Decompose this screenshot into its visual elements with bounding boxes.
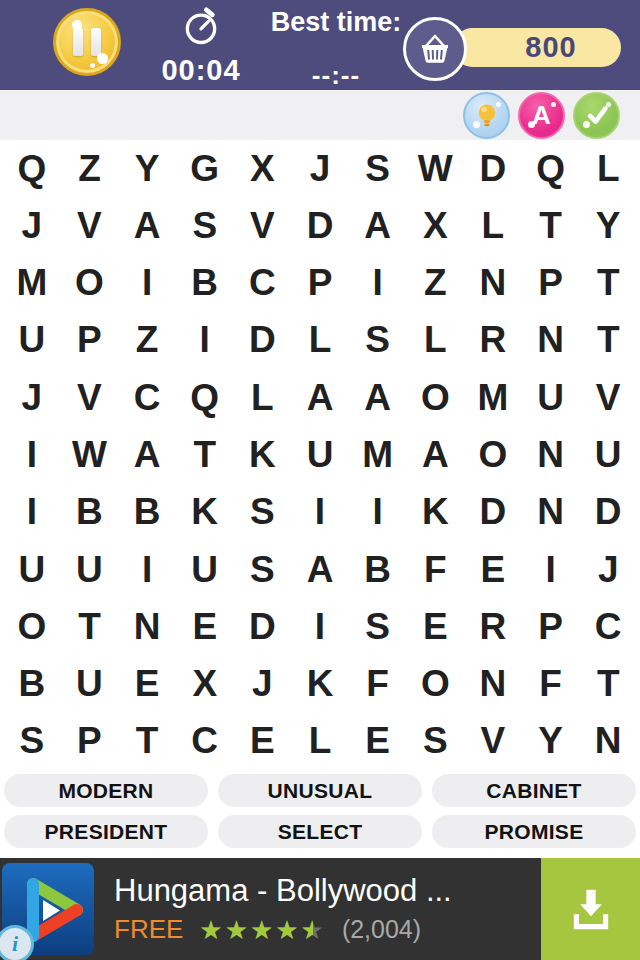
- grid-cell-r10c1[interactable]: B: [3, 655, 61, 712]
- grid-cell-r7c1[interactable]: I: [3, 484, 61, 541]
- grid-cell-r6c3[interactable]: A: [118, 426, 176, 483]
- grid-cell-r10c7[interactable]: F: [349, 655, 407, 712]
- stars-filled: ★★★★★: [199, 917, 313, 943]
- grid-cell-r4c9[interactable]: R: [464, 312, 522, 369]
- grid-cell-r3c3[interactable]: I: [118, 255, 176, 312]
- grid-cell-r11c2[interactable]: P: [61, 713, 119, 770]
- sparkle-dot: [606, 102, 611, 107]
- best-time-label: Best time:: [262, 7, 410, 38]
- shopping-basket-icon: [417, 32, 453, 66]
- grid-cell-r7c10[interactable]: N: [522, 484, 580, 541]
- grid-cell-r9c3[interactable]: N: [118, 598, 176, 655]
- grid-cell-r1c3[interactable]: Y: [118, 140, 176, 197]
- grid-cell-r3c11[interactable]: T: [579, 255, 637, 312]
- grid-cell-r4c3[interactable]: Z: [118, 312, 176, 369]
- grid-cell-r2c11[interactable]: Y: [579, 197, 637, 254]
- ad-title: Hungama - Bollywood ...: [114, 873, 541, 909]
- hint-bulb-button[interactable]: [463, 92, 510, 139]
- grid-cell-r1c7[interactable]: S: [349, 140, 407, 197]
- grid-cell-r1c5[interactable]: X: [234, 140, 292, 197]
- top-bar: 00:04 Best time: --:-- 800: [0, 0, 640, 90]
- grid-cell-r10c5[interactable]: J: [234, 655, 292, 712]
- hint-letter-button[interactable]: A: [518, 92, 565, 139]
- ad-app-icon: i: [2, 863, 94, 955]
- grid-cell-r4c6[interactable]: L: [291, 312, 349, 369]
- grid-cell-r4c8[interactable]: L: [406, 312, 464, 369]
- grid-cell-r1c9[interactable]: D: [464, 140, 522, 197]
- grid-cell-r11c8[interactable]: S: [406, 713, 464, 770]
- sparkle-dot: [97, 53, 108, 64]
- grid-cell-r7c4[interactable]: K: [176, 484, 234, 541]
- grid-cell-r2c6[interactable]: D: [291, 197, 349, 254]
- grid-cell-r4c10[interactable]: N: [522, 312, 580, 369]
- grid-cell-r2c3[interactable]: A: [118, 197, 176, 254]
- grid-cell-r6c2[interactable]: W: [61, 426, 119, 483]
- ad-price: FREE: [114, 914, 183, 945]
- grid-cell-r9c2[interactable]: T: [61, 598, 119, 655]
- stopwatch-icon: [181, 5, 221, 47]
- grid-cell-r3c6[interactable]: P: [291, 255, 349, 312]
- grid-cell-r9c9[interactable]: R: [464, 598, 522, 655]
- grid-cell-r10c9[interactable]: N: [464, 655, 522, 712]
- grid-cell-r3c1[interactable]: M: [3, 255, 61, 312]
- grid-cell-r1c1[interactable]: Q: [3, 140, 61, 197]
- word-pill-cabinet[interactable]: CABINET: [432, 774, 636, 807]
- grid-cell-r10c10[interactable]: F: [522, 655, 580, 712]
- grid-cell-r5c11[interactable]: V: [579, 369, 637, 426]
- grid-cell-r5c1[interactable]: J: [3, 369, 61, 426]
- sparkle-dot: [551, 102, 556, 107]
- grid-cell-r1c2[interactable]: Z: [61, 140, 119, 197]
- hint-check-button[interactable]: [573, 92, 620, 139]
- grid-cell-r4c11[interactable]: T: [579, 312, 637, 369]
- grid-cell-r8c4[interactable]: U: [176, 541, 234, 598]
- word-pill-president[interactable]: PRESIDENT: [4, 815, 208, 848]
- grid-cell-r10c11[interactable]: T: [579, 655, 637, 712]
- grid-cell-r9c8[interactable]: E: [406, 598, 464, 655]
- grid-cell-r8c5[interactable]: S: [234, 541, 292, 598]
- grid-cell-r4c7[interactable]: S: [349, 312, 407, 369]
- grid-cell-r11c9[interactable]: V: [464, 713, 522, 770]
- ad-review-count: (2,004): [342, 915, 421, 944]
- grid-cell-r5c5[interactable]: L: [234, 369, 292, 426]
- grid-cell-r8c10[interactable]: I: [522, 541, 580, 598]
- grid-cell-r9c10[interactable]: P: [522, 598, 580, 655]
- grid-cell-r3c9[interactable]: N: [464, 255, 522, 312]
- grid-cell-r10c6[interactable]: K: [291, 655, 349, 712]
- grid-cell-r7c3[interactable]: B: [118, 484, 176, 541]
- grid-cell-r11c5[interactable]: E: [234, 713, 292, 770]
- grid-cell-r1c6[interactable]: J: [291, 140, 349, 197]
- coins-shop-button[interactable]: 800: [403, 17, 622, 81]
- letter-a-icon: A: [532, 100, 551, 131]
- grid-cell-r8c3[interactable]: I: [118, 541, 176, 598]
- grid-cell-r6c5[interactable]: K: [234, 426, 292, 483]
- grid-cell-r9c6[interactable]: I: [291, 598, 349, 655]
- sparkle-dot: [496, 102, 501, 107]
- grid-cell-r7c11[interactable]: D: [579, 484, 637, 541]
- grid-cell-r2c4[interactable]: S: [176, 197, 234, 254]
- grid-cell-r5c6[interactable]: A: [291, 369, 349, 426]
- grid-cell-r11c7[interactable]: E: [349, 713, 407, 770]
- grid-cell-r4c4[interactable]: I: [176, 312, 234, 369]
- ad-banner[interactable]: i Hungama - Bollywood ... FREE ★★★★★ ★★★…: [0, 858, 640, 960]
- grid-cell-r11c6[interactable]: L: [291, 713, 349, 770]
- grid-cell-r7c5[interactable]: S: [234, 484, 292, 541]
- grid-cell-r4c5[interactable]: D: [234, 312, 292, 369]
- grid-cell-r1c4[interactable]: G: [176, 140, 234, 197]
- grid-cell-r6c8[interactable]: A: [406, 426, 464, 483]
- grid-cell-r8c8[interactable]: F: [406, 541, 464, 598]
- grid-cell-r8c2[interactable]: U: [61, 541, 119, 598]
- grid-cell-r5c9[interactable]: M: [464, 369, 522, 426]
- grid-cell-r6c6[interactable]: U: [291, 426, 349, 483]
- pause-icon: [91, 28, 101, 56]
- grid-cell-r5c3[interactable]: C: [118, 369, 176, 426]
- grid-cell-r11c3[interactable]: T: [118, 713, 176, 770]
- grid-cell-r9c5[interactable]: D: [234, 598, 292, 655]
- grid-cell-r9c7[interactable]: S: [349, 598, 407, 655]
- ad-download-button[interactable]: [541, 858, 640, 960]
- grid-cell-r3c4[interactable]: B: [176, 255, 234, 312]
- grid-cell-r10c8[interactable]: O: [406, 655, 464, 712]
- ad-subline: FREE ★★★★★ ★★★★★ (2,004): [114, 914, 541, 945]
- star-rating: ★★★★★ ★★★★★: [199, 917, 326, 943]
- coin-amount: 800: [497, 31, 576, 64]
- basket-circle: [403, 17, 467, 81]
- grid-cell-r11c10[interactable]: Y: [522, 713, 580, 770]
- grid-cell-r5c4[interactable]: Q: [176, 369, 234, 426]
- grid-cell-r8c7[interactable]: B: [349, 541, 407, 598]
- grid-cell-r8c11[interactable]: J: [579, 541, 637, 598]
- grid-cell-r2c5[interactable]: V: [234, 197, 292, 254]
- download-icon: [566, 884, 616, 934]
- grid-cell-r2c9[interactable]: L: [464, 197, 522, 254]
- grid-cell-r4c1[interactable]: U: [3, 312, 61, 369]
- sparkle-dot: [90, 63, 95, 68]
- grid-cell-r6c10[interactable]: N: [522, 426, 580, 483]
- grid-cell-r2c10[interactable]: T: [522, 197, 580, 254]
- letter-grid: QZYGXJSWDQLJVASVDAXLTYMOIBCPIZNPTUPZIDLS…: [0, 140, 640, 770]
- grid-cell-r9c1[interactable]: O: [3, 598, 61, 655]
- grid-cell-r3c2[interactable]: O: [61, 255, 119, 312]
- grid-cell-r10c2[interactable]: U: [61, 655, 119, 712]
- grid-cell-r6c11[interactable]: U: [579, 426, 637, 483]
- grid-cell-r7c8[interactable]: K: [406, 484, 464, 541]
- grid-cell-r7c9[interactable]: D: [464, 484, 522, 541]
- grid-cell-r11c4[interactable]: C: [176, 713, 234, 770]
- grid-cell-r2c8[interactable]: X: [406, 197, 464, 254]
- best-time-value: --:--: [262, 60, 410, 91]
- best-time-block: Best time: --:--: [262, 7, 410, 91]
- grid-cell-r7c7[interactable]: I: [349, 484, 407, 541]
- timer-block: 00:04: [158, 5, 244, 87]
- sparkle-dot: [473, 121, 480, 128]
- grid-cell-r9c11[interactable]: C: [579, 598, 637, 655]
- sparkle-dot: [528, 121, 535, 128]
- grid-cell-r2c7[interactable]: A: [349, 197, 407, 254]
- sparkle-dot: [72, 20, 82, 30]
- grid-cell-r11c1[interactable]: S: [3, 713, 61, 770]
- grid-cell-r11c11[interactable]: N: [579, 713, 637, 770]
- grid-cell-r10c3[interactable]: E: [118, 655, 176, 712]
- pause-button[interactable]: [53, 8, 121, 76]
- grid-cell-r10c4[interactable]: X: [176, 655, 234, 712]
- grid-cell-r6c9[interactable]: O: [464, 426, 522, 483]
- coin-pill: 800: [453, 28, 621, 67]
- grid-cell-r4c2[interactable]: P: [61, 312, 119, 369]
- grid-cell-r3c8[interactable]: Z: [406, 255, 464, 312]
- grid-cell-r2c2[interactable]: V: [61, 197, 119, 254]
- grid-cell-r5c2[interactable]: V: [61, 369, 119, 426]
- grid-cell-r3c5[interactable]: C: [234, 255, 292, 312]
- grid-cell-r5c8[interactable]: O: [406, 369, 464, 426]
- ad-text-block: Hungama - Bollywood ... FREE ★★★★★ ★★★★★…: [114, 873, 541, 945]
- grid-cell-r1c8[interactable]: W: [406, 140, 464, 197]
- elapsed-time: 00:04: [158, 54, 244, 87]
- word-pill-promise[interactable]: PROMISE: [432, 815, 636, 848]
- grid-cell-r3c10[interactable]: P: [522, 255, 580, 312]
- sparkle-dot: [583, 121, 590, 128]
- hint-toolbar: A: [0, 90, 640, 140]
- grid-cell-r1c10[interactable]: Q: [522, 140, 580, 197]
- grid-cell-r8c1[interactable]: U: [3, 541, 61, 598]
- grid-cell-r8c9[interactable]: E: [464, 541, 522, 598]
- grid-cell-r5c7[interactable]: A: [349, 369, 407, 426]
- grid-cell-r8c6[interactable]: A: [291, 541, 349, 598]
- grid-cell-r9c4[interactable]: E: [176, 598, 234, 655]
- grid-cell-r1c11[interactable]: L: [579, 140, 637, 197]
- word-search-app: 00:04 Best time: --:-- 800: [0, 0, 640, 960]
- ad-info-icon[interactable]: i: [0, 925, 34, 960]
- grid-cell-r3c7[interactable]: I: [349, 255, 407, 312]
- word-pill-unusual[interactable]: UNUSUAL: [218, 774, 422, 807]
- grid-cell-r6c4[interactable]: T: [176, 426, 234, 483]
- pause-icon: [73, 28, 83, 56]
- word-pill-modern[interactable]: MODERN: [4, 774, 208, 807]
- word-list: MODERNUNUSUALCABINETPRESIDENTSELECTPROMI…: [0, 770, 640, 858]
- grid-cell-r2c1[interactable]: J: [3, 197, 61, 254]
- grid-cell-r5c10[interactable]: U: [522, 369, 580, 426]
- grid-cell-r6c7[interactable]: M: [349, 426, 407, 483]
- grid-cell-r6c1[interactable]: I: [3, 426, 61, 483]
- word-pill-select[interactable]: SELECT: [218, 815, 422, 848]
- grid-cell-r7c6[interactable]: I: [291, 484, 349, 541]
- grid-cell-r7c2[interactable]: B: [61, 484, 119, 541]
